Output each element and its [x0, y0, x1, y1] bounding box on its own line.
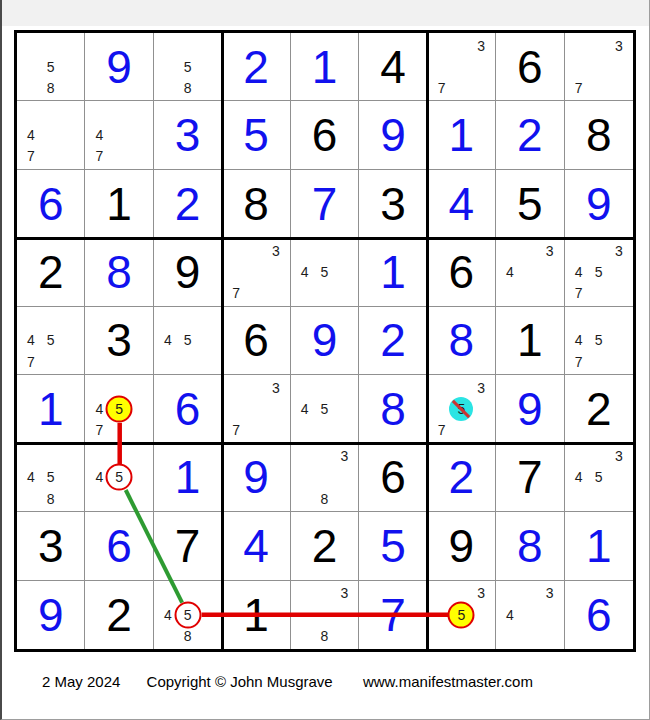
given-digit: 6 — [312, 112, 338, 158]
candidate-slot — [589, 240, 609, 261]
candidate-slot — [500, 583, 520, 604]
cell-r4c5[interactable]: 45 — [291, 238, 359, 306]
cell-r9c4[interactable]: 1 — [222, 581, 290, 649]
candidate-grid: 37 — [226, 377, 285, 440]
solved-digit: 5 — [380, 523, 406, 569]
solved-digit: 7 — [312, 181, 338, 227]
candidate-slot: 4 — [295, 261, 315, 282]
given-digit: 7 — [517, 454, 543, 500]
candidate-digit: 7 — [27, 148, 35, 164]
candidate-slot: 5 — [589, 467, 609, 488]
candidate-slot: 5 — [41, 56, 61, 77]
candidate-slot: 3 — [471, 377, 491, 398]
candidate-slot: 7 — [21, 351, 41, 372]
cell-r8c2[interactable]: 6 — [85, 512, 153, 580]
solved-digit: 3 — [175, 112, 201, 158]
candidate-slot — [569, 309, 589, 330]
solved-digit: 6 — [586, 592, 612, 638]
cell-r6c9[interactable]: 2 — [565, 375, 633, 443]
cell-r4c2[interactable]: 8 — [85, 238, 153, 306]
given-digit: 1 — [517, 317, 543, 363]
candidate-digit: 4 — [301, 401, 309, 417]
candidate-slot — [129, 146, 149, 167]
cell-r2c7[interactable]: 1 — [428, 101, 496, 169]
candidate-slot — [609, 488, 629, 509]
cell-r1c7[interactable]: 37 — [428, 33, 496, 101]
candidate-slot — [266, 261, 286, 282]
cell-r6c2[interactable]: 457 — [85, 375, 153, 443]
candidate-slot — [315, 467, 335, 488]
cell-r8c6[interactable]: 5 — [359, 512, 427, 580]
candidate-slot — [315, 377, 335, 398]
candidate-digit: 4 — [301, 264, 309, 280]
candidate-digit: 7 — [438, 80, 446, 96]
cell-r3c8[interactable]: 5 — [496, 170, 564, 238]
candidate-slot — [589, 56, 609, 77]
candidate-digit: 5 — [115, 401, 123, 417]
candidate-slot — [61, 488, 81, 509]
candidate-slot: 5 — [109, 467, 129, 488]
candidate-digit: 8 — [321, 628, 329, 644]
candidate-slot — [61, 330, 81, 351]
candidate-slot — [21, 103, 41, 124]
cell-r5c6[interactable]: 2 — [359, 307, 427, 375]
candidate-slot — [21, 446, 41, 467]
candidate-grid: 38 — [295, 446, 354, 509]
candidate-slot: 5 — [178, 56, 198, 77]
candidate-slot — [129, 125, 149, 146]
cell-r1c6[interactable]: 4 — [359, 33, 427, 101]
cell-r2c9[interactable]: 8 — [565, 101, 633, 169]
candidate-slot — [432, 583, 452, 604]
cell-r9c7[interactable]: 35 — [428, 581, 496, 649]
solved-digit: 5 — [243, 112, 269, 158]
cell-r8c9[interactable]: 1 — [565, 512, 633, 580]
candidate-slot — [451, 377, 471, 398]
candidate-slot — [158, 77, 178, 98]
candidate-slot — [451, 626, 471, 647]
candidate-slot: 8 — [41, 488, 61, 509]
footer: 2 May 2024 Copyright © John Musgrave www… — [42, 673, 533, 690]
cell-r1c4[interactable]: 2 — [222, 33, 290, 101]
candidate-slot: 3 — [609, 240, 629, 261]
candidate-grid: 37 — [569, 35, 629, 98]
cell-r9c6[interactable]: 7 — [359, 581, 427, 649]
cell-r8c4[interactable]: 4 — [222, 512, 290, 580]
candidate-slot — [451, 56, 471, 77]
candidate-slot — [609, 309, 629, 330]
candidate-slot — [589, 309, 609, 330]
candidate-digit: 4 — [506, 607, 514, 623]
candidate-slot — [295, 604, 315, 625]
candidate-slot: 3 — [471, 35, 491, 56]
candidate-slot — [61, 351, 81, 372]
cell-r4c3[interactable]: 9 — [154, 238, 222, 306]
candidate-slot — [198, 35, 218, 56]
cell-r6c8[interactable]: 9 — [496, 375, 564, 443]
candidate-slot — [198, 330, 218, 351]
box-border-vertical — [221, 33, 224, 649]
sudoku-board: 5895821437637474735691286128734592893745… — [14, 30, 636, 652]
solved-digit: 9 — [38, 592, 64, 638]
candidate-slot: 4 — [158, 330, 178, 351]
cell-r7c2[interactable]: 45 — [85, 444, 153, 512]
candidate-slot — [129, 377, 149, 398]
cell-r8c3[interactable]: 7 — [154, 512, 222, 580]
candidate-slot: 4 — [500, 604, 520, 625]
candidate-grid: 457 — [89, 377, 148, 440]
cell-r2c8[interactable]: 2 — [496, 101, 564, 169]
candidate-slot — [158, 351, 178, 372]
candidate-digit: 4 — [95, 127, 103, 143]
candidate-slot — [109, 420, 129, 441]
cell-r6c7[interactable]: 357 — [428, 375, 496, 443]
cell-r4c1[interactable]: 2 — [17, 238, 85, 306]
candidate-slot: 7 — [569, 283, 589, 304]
candidate-slot: 5 — [109, 398, 129, 419]
candidate-digit: 4 — [27, 332, 35, 348]
solved-digit: 8 — [449, 317, 475, 363]
cell-r7c8[interactable]: 7 — [496, 444, 564, 512]
cell-r8c8[interactable]: 8 — [496, 512, 564, 580]
candidate-slot — [21, 488, 41, 509]
candidate-slot — [295, 626, 315, 647]
cell-r3c3[interactable]: 2 — [154, 170, 222, 238]
candidate-slot — [109, 488, 129, 509]
candidate-slot — [109, 146, 129, 167]
candidate-slot — [609, 351, 629, 372]
candidate-slot: 5 — [451, 604, 471, 625]
candidate-slot — [334, 604, 354, 625]
cell-r3c4[interactable]: 8 — [222, 170, 290, 238]
candidate-slot — [41, 351, 61, 372]
cell-r7c9[interactable]: 345 — [565, 444, 633, 512]
candidate-slot — [432, 626, 452, 647]
given-digit: 7 — [175, 523, 201, 569]
candidate-slot — [129, 103, 149, 124]
candidate-slot — [589, 35, 609, 56]
candidate-slot — [198, 626, 218, 647]
cell-r1c1[interactable]: 58 — [17, 33, 85, 101]
cell-r7c5[interactable]: 38 — [291, 444, 359, 512]
footer-url: www.manifestmaster.com — [363, 673, 533, 690]
cell-r8c7[interactable]: 9 — [428, 512, 496, 580]
cell-r2c4[interactable]: 5 — [222, 101, 290, 169]
candidate-digit: 5 — [47, 332, 55, 348]
cell-r3c1[interactable]: 6 — [17, 170, 85, 238]
candidate-slot — [334, 377, 354, 398]
given-digit: 9 — [449, 523, 475, 569]
candidate-digit: 8 — [184, 628, 192, 644]
candidate-slot — [178, 309, 198, 330]
candidate-slot — [61, 446, 81, 467]
candidate-digit: 7 — [95, 422, 103, 438]
cell-r4c7[interactable]: 6 — [428, 238, 496, 306]
candidate-digit: 3 — [477, 38, 485, 54]
candidate-slot — [198, 77, 218, 98]
candidate-digit: 7 — [438, 422, 446, 438]
cell-r2c6[interactable]: 9 — [359, 101, 427, 169]
sudoku-app-page: 5895821437637474735691286128734592893745… — [0, 0, 650, 720]
candidate-slot: 3 — [266, 240, 286, 261]
candidate-grid: 47 — [89, 103, 148, 166]
cell-r3c2[interactable]: 1 — [85, 170, 153, 238]
cell-r3c7[interactable]: 4 — [428, 170, 496, 238]
solved-digit: 9 — [243, 454, 269, 500]
candidate-slot — [61, 467, 81, 488]
candidate-slot: 4 — [500, 261, 520, 282]
given-digit: 6 — [449, 249, 475, 295]
candidate-slot — [246, 261, 266, 282]
candidate-digit: 7 — [95, 148, 103, 164]
cell-r1c9[interactable]: 37 — [565, 33, 633, 101]
given-digit: 8 — [586, 112, 612, 158]
candidate-digit: 5 — [184, 59, 192, 75]
cell-r4c8[interactable]: 34 — [496, 238, 564, 306]
cell-r9c5[interactable]: 38 — [291, 581, 359, 649]
candidate-slot — [540, 604, 560, 625]
cell-r3c5[interactable]: 7 — [291, 170, 359, 238]
candidate-slot — [334, 467, 354, 488]
cell-r3c9[interactable]: 9 — [565, 170, 633, 238]
candidate-slot — [589, 446, 609, 467]
cell-r2c3[interactable]: 3 — [154, 101, 222, 169]
candidate-digit: 5 — [595, 332, 603, 348]
candidate-slot — [266, 420, 286, 441]
cell-r9c3[interactable]: 458 — [154, 581, 222, 649]
candidate-slot — [109, 125, 129, 146]
cell-r6c3[interactable]: 6 — [154, 375, 222, 443]
candidate-slot — [609, 467, 629, 488]
candidate-digit: 5 — [321, 264, 329, 280]
cell-r5c4[interactable]: 6 — [222, 307, 290, 375]
cell-r8c5[interactable]: 2 — [291, 512, 359, 580]
candidate-slot — [432, 56, 452, 77]
given-digit: 2 — [38, 249, 64, 295]
candidate-slot — [266, 283, 286, 304]
candidate-slot — [226, 240, 246, 261]
solved-digit: 1 — [312, 44, 338, 90]
solved-digit: 9 — [312, 317, 338, 363]
cell-r4c4[interactable]: 37 — [222, 238, 290, 306]
cell-r1c5[interactable]: 1 — [291, 33, 359, 101]
candidate-grid: 37 — [226, 240, 285, 303]
candidate-slot — [198, 309, 218, 330]
given-digit: 2 — [586, 386, 612, 432]
candidate-digit: 8 — [47, 80, 55, 96]
candidate-slot — [41, 35, 61, 56]
given-digit: 6 — [380, 454, 406, 500]
red-circle-mark — [106, 464, 133, 491]
candidate-grid: 345 — [569, 446, 629, 509]
candidate-slot: 8 — [178, 77, 198, 98]
footer-date: 2 May 2024 — [42, 673, 120, 690]
candidate-slot — [21, 56, 41, 77]
cell-r1c8[interactable]: 6 — [496, 33, 564, 101]
cell-r1c2[interactable]: 9 — [85, 33, 153, 101]
candidate-digit: 5 — [47, 59, 55, 75]
candidate-grid: 58 — [158, 35, 217, 98]
candidate-slot — [246, 240, 266, 261]
candidate-digit: 4 — [27, 127, 35, 143]
cell-r4c9[interactable]: 3457 — [565, 238, 633, 306]
candidate-slot — [520, 240, 540, 261]
candidate-slot — [334, 240, 354, 261]
candidate-grid: 357 — [432, 377, 491, 440]
candidate-slot — [589, 351, 609, 372]
candidate-slot — [295, 467, 315, 488]
candidate-slot — [520, 583, 540, 604]
candidate-slot: 3 — [540, 583, 560, 604]
cell-r7c6[interactable]: 6 — [359, 444, 427, 512]
solved-digit: 1 — [175, 454, 201, 500]
candidate-slot — [540, 283, 560, 304]
candidate-slot: 4 — [21, 330, 41, 351]
candidate-slot — [41, 125, 61, 146]
candidate-digit: 4 — [575, 332, 583, 348]
candidate-digit: 8 — [321, 491, 329, 507]
candidate-slot — [520, 604, 540, 625]
cell-r3c6[interactable]: 3 — [359, 170, 427, 238]
solved-digit: 1 — [449, 112, 475, 158]
candidate-slot — [295, 446, 315, 467]
candidate-slot — [198, 583, 218, 604]
candidate-slot — [61, 103, 81, 124]
candidate-slot — [315, 283, 335, 304]
candidate-slot: 5 — [178, 604, 198, 625]
footer-copyright: Copyright © John Musgrave — [147, 673, 333, 690]
candidate-digit: 4 — [575, 469, 583, 485]
cell-r5c5[interactable]: 9 — [291, 307, 359, 375]
solved-digit: 2 — [517, 112, 543, 158]
candidate-digit: 7 — [27, 354, 35, 370]
candidate-slot: 8 — [41, 77, 61, 98]
candidate-slot — [334, 488, 354, 509]
cell-r5c1[interactable]: 457 — [17, 307, 85, 375]
candidate-slot — [226, 377, 246, 398]
candidate-slot: 4 — [569, 330, 589, 351]
candidate-slot — [61, 309, 81, 330]
candidate-slot — [540, 626, 560, 647]
solved-digit: 2 — [380, 317, 406, 363]
candidate-grid: 34 — [500, 240, 559, 303]
candidate-slot — [21, 309, 41, 330]
cell-r7c3[interactable]: 1 — [154, 444, 222, 512]
cell-r6c4[interactable]: 37 — [222, 375, 290, 443]
solved-digit: 4 — [449, 181, 475, 227]
candidate-slot — [451, 77, 471, 98]
candidate-slot — [609, 330, 629, 351]
cell-r8c1[interactable]: 3 — [17, 512, 85, 580]
cell-r7c7[interactable]: 2 — [428, 444, 496, 512]
candidate-slot — [178, 35, 198, 56]
candidate-slot: 3 — [609, 35, 629, 56]
candidate-slot — [520, 626, 540, 647]
cell-r5c2[interactable]: 3 — [85, 307, 153, 375]
cell-r5c9[interactable]: 457 — [565, 307, 633, 375]
given-digit: 5 — [517, 181, 543, 227]
cell-r9c8[interactable]: 34 — [496, 581, 564, 649]
candidate-digit: 8 — [47, 491, 55, 507]
cell-r9c2[interactable]: 2 — [85, 581, 153, 649]
cell-r2c5[interactable]: 6 — [291, 101, 359, 169]
candidate-slot — [89, 103, 109, 124]
candidate-slot — [451, 420, 471, 441]
cell-r7c4[interactable]: 9 — [222, 444, 290, 512]
candidate-slot — [61, 56, 81, 77]
cell-r6c5[interactable]: 45 — [291, 375, 359, 443]
solved-digit: 1 — [380, 249, 406, 295]
candidate-digit: 7 — [232, 422, 240, 438]
solved-digit: 6 — [38, 181, 64, 227]
solved-digit: 9 — [380, 112, 406, 158]
candidate-slot — [41, 103, 61, 124]
candidate-slot: 3 — [471, 583, 491, 604]
candidate-slot — [520, 261, 540, 282]
candidate-slot — [89, 377, 109, 398]
cell-r1c3[interactable]: 58 — [154, 33, 222, 101]
given-digit: 9 — [175, 249, 201, 295]
solved-digit: 7 — [380, 592, 406, 638]
cell-r2c2[interactable]: 47 — [85, 101, 153, 169]
cell-r2c1[interactable]: 47 — [17, 101, 85, 169]
candidate-grid: 458 — [158, 583, 217, 647]
candidate-slot: 5 — [41, 330, 61, 351]
candidate-slot: 7 — [569, 77, 589, 98]
candidate-digit: 5 — [47, 469, 55, 485]
given-digit: 1 — [106, 181, 132, 227]
cell-r4c6[interactable]: 1 — [359, 238, 427, 306]
cell-r5c7[interactable]: 8 — [428, 307, 496, 375]
cell-r7c1[interactable]: 458 — [17, 444, 85, 512]
candidate-slot — [129, 420, 149, 441]
candidate-slot — [315, 240, 335, 261]
cell-r5c3[interactable]: 45 — [154, 307, 222, 375]
candidate-slot: 4 — [21, 467, 41, 488]
candidate-slot: 3 — [334, 583, 354, 604]
candidate-slot — [41, 146, 61, 167]
candidate-slot — [246, 377, 266, 398]
candidate-slot — [500, 240, 520, 261]
candidate-slot: 3 — [266, 377, 286, 398]
solved-digit: 4 — [243, 523, 269, 569]
candidate-slot — [500, 626, 520, 647]
candidate-slot — [471, 626, 491, 647]
candidate-digit: 5 — [457, 607, 465, 623]
candidate-slot — [295, 283, 315, 304]
given-digit: 4 — [380, 44, 406, 90]
candidate-digit: 4 — [164, 332, 172, 348]
cell-r9c9[interactable]: 6 — [565, 581, 633, 649]
cell-r6c1[interactable]: 1 — [17, 375, 85, 443]
candidate-digit: 3 — [340, 448, 348, 464]
cell-r5c8[interactable]: 1 — [496, 307, 564, 375]
candidate-digit: 4 — [95, 401, 103, 417]
cell-r9c1[interactable]: 9 — [17, 581, 85, 649]
candidate-slot — [315, 604, 335, 625]
candidate-grid: 47 — [21, 103, 80, 166]
solved-digit: 2 — [175, 181, 201, 227]
candidate-slot: 5 — [589, 330, 609, 351]
cell-r6c6[interactable]: 8 — [359, 375, 427, 443]
candidate-slot — [569, 446, 589, 467]
candidate-slot: 8 — [315, 488, 335, 509]
candidate-slot — [569, 488, 589, 509]
candidate-slot — [334, 420, 354, 441]
candidate-slot — [315, 446, 335, 467]
given-digit: 3 — [106, 317, 132, 363]
candidate-slot — [129, 488, 149, 509]
